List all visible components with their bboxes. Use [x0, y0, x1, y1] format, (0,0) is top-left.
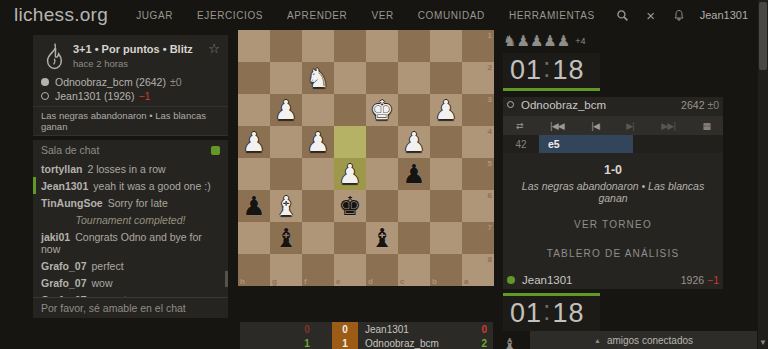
square-h8[interactable]: h — [238, 254, 270, 286]
square-c3[interactable] — [398, 94, 430, 126]
next-move-icon[interactable]: ▶| — [626, 121, 634, 131]
chat-box: Sala de chat tortyllan2 losses in a rowJ… — [33, 140, 228, 318]
chat-username[interactable]: jaki01 — [41, 231, 70, 243]
chat-message: Grafo_07perfect — [33, 257, 228, 274]
square-e6[interactable]: ♚ — [334, 190, 366, 222]
square-g4[interactable] — [270, 126, 302, 158]
friends-bar[interactable]: ▲ amigos conectados — [530, 331, 757, 349]
black-bishop: ♝ — [274, 222, 297, 254]
square-c5[interactable]: ♟ — [398, 158, 430, 190]
lichess-logo[interactable]: lichess.org — [14, 4, 108, 26]
view-tournament-button[interactable]: VER TORNEO — [503, 210, 723, 239]
white-king: ♚ — [370, 94, 393, 126]
crosstable-row[interactable]: 11Odnoobraz_bcm2 — [240, 336, 493, 349]
coord-rank-7: 7 — [488, 223, 492, 232]
crosstable-prev-result: 1 — [296, 338, 318, 349]
black-player-icon — [41, 92, 49, 100]
chat-text: wow — [92, 277, 113, 289]
coord-file-b: b — [432, 277, 437, 286]
coord-file-h: h — [240, 277, 245, 286]
square-c8[interactable]: c — [398, 254, 430, 286]
scrollbar-thumb[interactable] — [759, 2, 767, 70]
move-controls: ⇄|◀◀|◀▶|▶▶|▦ — [503, 116, 723, 135]
square-f4[interactable]: ♟ — [302, 126, 334, 158]
black-player-row[interactable]: Jean1301 (1926) −1 — [33, 89, 228, 103]
clock-top: 01:18 — [503, 53, 600, 88]
square-f6[interactable] — [302, 190, 334, 222]
square-e3[interactable] — [334, 94, 366, 126]
bookmark-star-icon[interactable]: ☆ — [208, 42, 220, 71]
coord-rank-5: 5 — [488, 159, 492, 168]
nav-item-jugar[interactable]: JUGAR — [136, 10, 173, 21]
game-info-box: 3+1 • Por puntos • Blitz hace 2 horas ☆ … — [33, 35, 228, 136]
nav-menu: JUGAREJERCICIOSAPRENDERVERCOMUNIDADHERRA… — [136, 10, 595, 21]
square-f1[interactable] — [302, 30, 334, 62]
chat-message: Grafo_07wow — [33, 274, 228, 291]
square-f5[interactable] — [302, 158, 334, 190]
white-color-icon — [507, 101, 514, 108]
square-c2[interactable] — [398, 62, 430, 94]
white-player-icon — [41, 78, 49, 86]
square-f2[interactable]: ♞ — [302, 62, 334, 94]
lichess-game-page: lichess.org JUGAREJERCICIOSAPRENDERVERCO… — [0, 0, 768, 349]
nav-item-comunidad[interactable]: COMUNIDAD — [418, 10, 485, 21]
square-d6[interactable] — [366, 190, 398, 222]
chat-scrollbar[interactable] — [225, 271, 228, 287]
top-navbar: lichess.org JUGAREJERCICIOSAPRENDERVERCO… — [0, 0, 768, 30]
square-a7[interactable]: 7 — [462, 222, 494, 254]
square-h7[interactable] — [238, 222, 270, 254]
black-pawn: ♟ — [402, 158, 425, 190]
square-g7[interactable]: ♝ — [270, 222, 302, 254]
crosstable-total: 2 — [471, 338, 493, 349]
white-player-row[interactable]: Odnoobraz_bcm (2642) ±0 — [33, 75, 228, 89]
chat-system-message: Tournament completed! — [33, 211, 228, 228]
square-a6[interactable]: 6 — [462, 190, 494, 222]
square-e5[interactable]: ♟ — [334, 158, 366, 190]
square-g2[interactable] — [270, 62, 302, 94]
panel-player-top-name[interactable]: Odnoobraz_bcm — [521, 99, 606, 111]
square-c1[interactable] — [398, 30, 430, 62]
square-g8[interactable]: g — [270, 254, 302, 286]
square-h3[interactable] — [238, 94, 270, 126]
white-pawn: ♟ — [242, 126, 265, 158]
square-b5[interactable] — [430, 158, 462, 190]
white-bishop: ♝ — [274, 190, 297, 222]
chat-message: tortyllan2 losses in a row — [33, 160, 228, 177]
coord-rank-6: 6 — [488, 191, 492, 200]
captured-pawn-icon: ♟ — [543, 34, 556, 49]
panel-player-bottom-name[interactable]: Jean1301 — [522, 274, 573, 286]
square-g3[interactable]: ♟ — [270, 94, 302, 126]
square-c6[interactable] — [398, 190, 430, 222]
square-b8[interactable]: b — [430, 254, 462, 286]
panel-player-top: Odnoobraz_bcm 2642 ±0 — [507, 97, 723, 112]
square-d4[interactable] — [366, 126, 398, 158]
nav-item-aprender[interactable]: APRENDER — [287, 10, 347, 21]
move-white[interactable]: e5 — [539, 135, 633, 153]
square-f3[interactable] — [302, 94, 334, 126]
square-g1[interactable] — [270, 30, 302, 62]
chat-message: Grafo_07congrats — [33, 291, 228, 297]
chat-username[interactable]: Grafo_07 — [41, 277, 87, 289]
move-number: 42 — [503, 135, 539, 153]
square-d8[interactable]: d — [366, 254, 398, 286]
previous-move-icon[interactable]: |◀ — [591, 121, 599, 131]
coord-file-e: e — [336, 277, 340, 286]
coord-file-d: d — [368, 277, 373, 286]
square-e7[interactable] — [334, 222, 366, 254]
page-scrollbar: ▼ — [758, 0, 768, 349]
square-a5[interactable]: 5 — [462, 158, 494, 190]
nav-item-ejercicios[interactable]: EJERCICIOS — [197, 10, 263, 21]
nav-item-ver[interactable]: VER — [371, 10, 393, 21]
coord-file-c: c — [400, 277, 404, 286]
friends-label: amigos conectados — [607, 335, 693, 346]
chat-text: perfect — [92, 260, 124, 272]
nav-username[interactable]: Jean1301 — [700, 9, 748, 21]
chat-message: jaki01Congrats Odno and bye for now — [33, 228, 228, 257]
chat-message: TinAungSoeSorry for late — [33, 194, 228, 211]
chat-text: yeah it was a good one :) — [93, 180, 210, 192]
white-knight: ♞ — [306, 62, 329, 94]
square-b2[interactable] — [430, 62, 462, 94]
square-b7[interactable] — [430, 222, 462, 254]
square-h4[interactable]: ♟ — [238, 126, 270, 158]
square-d2[interactable] — [366, 62, 398, 94]
expand-triangle-icon: ▲ — [594, 337, 601, 344]
result-score: 1-0 — [503, 161, 723, 178]
chat-message: Jean1301yeah it was a good one :) — [33, 177, 228, 194]
search-icon[interactable] — [616, 8, 630, 22]
square-e2[interactable] — [334, 62, 366, 94]
result-text: Las negras abandonaron • Las blancas gan… — [503, 178, 723, 210]
chat-title: Sala de chat — [41, 144, 99, 156]
chat-text: 2 losses in a row — [87, 163, 165, 175]
last-move-icon[interactable]: ▶▶| — [661, 121, 675, 131]
move-black — [633, 135, 723, 153]
square-c7[interactable] — [398, 222, 430, 254]
black-bishop: ♝ — [370, 222, 393, 254]
square-a3[interactable]: 3 — [462, 94, 494, 126]
square-e1[interactable] — [334, 30, 366, 62]
bell-icon[interactable] — [672, 8, 686, 22]
square-c4[interactable]: ♟ — [398, 126, 430, 158]
square-a2[interactable]: 2 — [462, 62, 494, 94]
blitz-flame-icon — [43, 43, 65, 71]
chat-username[interactable]: Grafo_07 — [41, 294, 87, 298]
square-h2[interactable] — [238, 62, 270, 94]
coord-file-g: g — [272, 277, 277, 286]
crosstable: 00Jean1301011Odnoobraz_bcm2 — [240, 322, 493, 349]
chess-board: 1♞2♟♚♟3♟♟♟4♟♟5♟♝♚6♝♝7hgfedcb8a — [238, 30, 494, 286]
white-pawn: ♟ — [274, 94, 297, 126]
material-captured-top: ♞♟♟♟♟+4 — [503, 33, 723, 49]
crosstable-current-result: 1 — [332, 336, 358, 349]
first-move-icon[interactable]: |◀◀ — [550, 121, 564, 131]
scrollbar-down-arrow[interactable]: ▼ — [758, 338, 768, 347]
game-time-control: 3+1 • Por puntos • Blitz — [73, 42, 193, 56]
square-h1[interactable] — [238, 30, 270, 62]
square-a1[interactable]: 1 — [462, 30, 494, 62]
square-d5[interactable] — [366, 158, 398, 190]
square-a8[interactable]: 8a — [462, 254, 494, 286]
square-e8[interactable]: e — [334, 254, 366, 286]
game-time-ago: hace 2 horas — [73, 58, 193, 69]
chat-username[interactable]: Jean1301 — [41, 180, 88, 192]
nav-right: × Jean1301 — [616, 8, 754, 22]
black-king: ♚ — [338, 190, 361, 222]
close-icon[interactable]: × — [644, 8, 658, 22]
square-d7[interactable]: ♝ — [366, 222, 398, 254]
crosstable-prev-result: 0 — [296, 324, 318, 335]
captured-pawn-icon: ♟ — [557, 34, 570, 49]
crosstable-current-result: 0 — [332, 322, 358, 336]
chat-input[interactable]: Por favor, sé amable en el chat — [33, 297, 228, 318]
square-b6[interactable] — [430, 190, 462, 222]
chat-messages: tortyllan2 losses in a rowJean1301yeah i… — [33, 158, 228, 297]
crosstable-player-name[interactable]: Jean1301 — [358, 324, 471, 335]
material-score: +4 — [575, 36, 585, 46]
chat-text: congrats — [92, 294, 132, 298]
crosstable-player-name[interactable]: Odnoobraz_bcm — [358, 338, 471, 349]
square-d3[interactable]: ♚ — [366, 94, 398, 126]
white-player-name: Odnoobraz_bcm (2642) — [55, 76, 166, 88]
square-a4[interactable]: 4 — [462, 126, 494, 158]
chat-header: Sala de chat — [33, 140, 228, 158]
coord-file-f: f — [304, 277, 307, 286]
square-h5[interactable] — [238, 158, 270, 190]
black-rating-diff: −1 — [138, 90, 150, 102]
chat-toggle[interactable] — [211, 146, 220, 155]
square-b4[interactable] — [430, 126, 462, 158]
white-rating-diff: ±0 — [170, 76, 182, 88]
coord-file-a: a — [464, 277, 468, 286]
captured-pawn-icon: ♟ — [516, 34, 529, 49]
chat-username[interactable]: tortyllan — [41, 163, 82, 175]
square-f7[interactable] — [302, 222, 334, 254]
square-b3[interactable]: ♟ — [430, 94, 462, 126]
square-f8[interactable]: f — [302, 254, 334, 286]
square-d1[interactable] — [366, 30, 398, 62]
nav-item-herramientas[interactable]: HERRAMIENTAS — [509, 10, 595, 21]
chat-username[interactable]: Grafo_07 — [41, 260, 87, 272]
white-pawn: ♟ — [306, 126, 329, 158]
game-side-panel: ♞♟♟♟♟+4 01:18 Odnoobraz_bcm 2642 ±0 ⇄|◀◀… — [503, 33, 723, 349]
square-g6[interactable]: ♝ — [270, 190, 302, 222]
coord-rank-8: 8 — [488, 255, 492, 264]
flip-board-icon[interactable]: ⇄ — [516, 121, 523, 131]
coord-rank-3: 3 — [488, 95, 492, 104]
analysis-board-button[interactable]: TABLERO DE ANÁLISIS — [503, 239, 723, 268]
chat-text: Sorry for late — [108, 197, 168, 209]
coord-rank-1: 1 — [488, 31, 492, 40]
black-player-name: Jean1301 (1926) — [55, 90, 134, 102]
move-list-row: 42 e5 — [503, 135, 723, 153]
white-pawn: ♟ — [338, 158, 361, 190]
square-b1[interactable] — [430, 30, 462, 62]
time-bar-top — [503, 88, 600, 91]
captured-pawn-icon: ♟ — [530, 34, 543, 49]
square-g5[interactable] — [270, 158, 302, 190]
game-info-header: 3+1 • Por puntos • Blitz hace 2 horas ☆ — [33, 35, 228, 75]
black-pawn: ♟ — [242, 190, 265, 222]
square-h6[interactable]: ♟ — [238, 190, 270, 222]
chat-username[interactable]: TinAungSoe — [41, 197, 103, 209]
crosstable-row[interactable]: 00Jean13010 — [240, 322, 493, 336]
analysis-board-icon[interactable]: ▦ — [702, 121, 710, 131]
captured-bishop-icon: ♝ — [503, 337, 516, 349]
white-pawn: ♟ — [402, 126, 425, 158]
white-pawn: ♟ — [434, 94, 457, 126]
online-dot-icon — [507, 276, 515, 284]
square-e4[interactable] — [334, 126, 366, 158]
coord-rank-2: 2 — [488, 63, 492, 72]
coord-rank-4: 4 — [488, 127, 492, 136]
panel-player-bottom: Jean1301 1926 −1 — [507, 274, 723, 289]
captured-knight-icon: ♞ — [503, 34, 516, 49]
crosstable-total: 0 — [471, 324, 493, 335]
clock-bottom: 01:18 — [503, 296, 600, 331]
game-result-status: Las negras abandonaron • Las blancas gan… — [33, 106, 228, 135]
